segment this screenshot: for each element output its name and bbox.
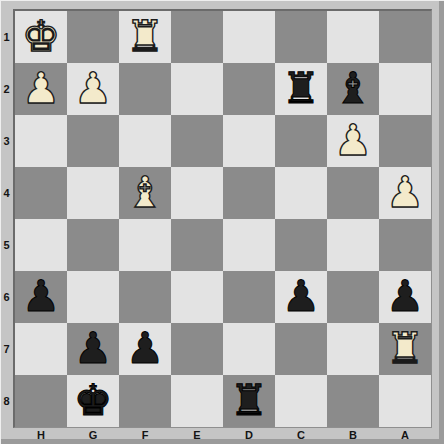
white-bishop[interactable]: ♝ [126, 171, 165, 214]
square-f3[interactable] [119, 115, 171, 167]
white-pawn[interactable]: ♟ [334, 119, 373, 162]
square-e6[interactable] [171, 271, 223, 323]
square-h1[interactable]: ♚ [15, 11, 67, 63]
square-e2[interactable] [171, 63, 223, 115]
black-rook[interactable]: ♜ [230, 379, 269, 422]
square-d1[interactable] [223, 11, 275, 63]
square-c2[interactable]: ♜ [275, 63, 327, 115]
square-b5[interactable] [327, 219, 379, 271]
white-pawn[interactable]: ♟ [74, 67, 113, 110]
square-b7[interactable] [327, 323, 379, 375]
square-f5[interactable] [119, 219, 171, 271]
square-d6[interactable] [223, 271, 275, 323]
square-b6[interactable] [327, 271, 379, 323]
black-king[interactable]: ♚ [74, 379, 113, 422]
square-b4[interactable] [327, 167, 379, 219]
square-d5[interactable] [223, 219, 275, 271]
square-f2[interactable] [119, 63, 171, 115]
square-g4[interactable] [67, 167, 119, 219]
square-c1[interactable] [275, 11, 327, 63]
square-d4[interactable] [223, 167, 275, 219]
square-e7[interactable] [171, 323, 223, 375]
square-e3[interactable] [171, 115, 223, 167]
square-a1[interactable] [379, 11, 431, 63]
square-e5[interactable] [171, 219, 223, 271]
board-grid: ♚♜♟♟♜♝♟♝♟♟♟♟♟♟♜♚♜ [15, 11, 431, 427]
square-h5[interactable] [15, 219, 67, 271]
square-a7[interactable]: ♜ [379, 323, 431, 375]
black-pawn[interactable]: ♟ [22, 275, 61, 318]
white-rook[interactable]: ♜ [126, 15, 165, 58]
square-f7[interactable]: ♟ [119, 323, 171, 375]
square-f4[interactable]: ♝ [119, 167, 171, 219]
square-c5[interactable] [275, 219, 327, 271]
black-bishop[interactable]: ♝ [334, 67, 373, 110]
rank-label-7: 7 [0, 323, 13, 375]
square-b8[interactable] [327, 375, 379, 427]
square-e8[interactable] [171, 375, 223, 427]
square-g2[interactable]: ♟ [67, 63, 119, 115]
square-b1[interactable] [327, 11, 379, 63]
chess-board: ♚♜♟♟♜♝♟♝♟♟♟♟♟♟♜♚♜ [13, 9, 432, 428]
file-label-d: D [223, 428, 275, 441]
rank-label-3: 3 [0, 115, 13, 167]
rank-labels: 12345678 [0, 11, 13, 427]
rank-label-6: 6 [0, 271, 13, 323]
square-a3[interactable] [379, 115, 431, 167]
square-h6[interactable]: ♟ [15, 271, 67, 323]
black-pawn[interactable]: ♟ [74, 327, 113, 370]
square-e1[interactable] [171, 11, 223, 63]
black-pawn[interactable]: ♟ [126, 327, 165, 370]
square-h2[interactable]: ♟ [15, 63, 67, 115]
file-label-a: A [379, 428, 431, 441]
square-d7[interactable] [223, 323, 275, 375]
square-a5[interactable] [379, 219, 431, 271]
rank-label-2: 2 [0, 63, 13, 115]
square-d3[interactable] [223, 115, 275, 167]
square-f6[interactable] [119, 271, 171, 323]
black-pawn[interactable]: ♟ [386, 275, 425, 318]
square-g7[interactable]: ♟ [67, 323, 119, 375]
rank-label-8: 8 [0, 375, 13, 427]
square-d8[interactable]: ♜ [223, 375, 275, 427]
square-g8[interactable]: ♚ [67, 375, 119, 427]
white-pawn[interactable]: ♟ [386, 171, 425, 214]
white-rook[interactable]: ♜ [386, 327, 425, 370]
white-pawn[interactable]: ♟ [22, 67, 61, 110]
square-c8[interactable] [275, 375, 327, 427]
chess-diagram: 12345678 HGFEDCBA ♚♜♟♟♜♝♟♝♟♟♟♟♟♟♜♚♜ [0, 0, 444, 444]
square-b2[interactable]: ♝ [327, 63, 379, 115]
rank-label-1: 1 [0, 11, 13, 63]
black-pawn[interactable]: ♟ [282, 275, 321, 318]
file-label-f: F [119, 428, 171, 441]
square-c4[interactable] [275, 167, 327, 219]
square-d2[interactable] [223, 63, 275, 115]
square-c6[interactable]: ♟ [275, 271, 327, 323]
square-g1[interactable] [67, 11, 119, 63]
file-label-h: H [15, 428, 67, 441]
square-h3[interactable] [15, 115, 67, 167]
square-c3[interactable] [275, 115, 327, 167]
square-e4[interactable] [171, 167, 223, 219]
square-c7[interactable] [275, 323, 327, 375]
black-rook[interactable]: ♜ [282, 67, 321, 110]
square-h8[interactable] [15, 375, 67, 427]
white-king[interactable]: ♚ [22, 15, 61, 58]
file-label-e: E [171, 428, 223, 441]
square-a8[interactable] [379, 375, 431, 427]
square-f8[interactable] [119, 375, 171, 427]
square-b3[interactable]: ♟ [327, 115, 379, 167]
square-h4[interactable] [15, 167, 67, 219]
rank-label-4: 4 [0, 167, 13, 219]
square-g3[interactable] [67, 115, 119, 167]
file-label-g: G [67, 428, 119, 441]
rank-label-5: 5 [0, 219, 13, 271]
square-a2[interactable] [379, 63, 431, 115]
square-a6[interactable]: ♟ [379, 271, 431, 323]
square-g5[interactable] [67, 219, 119, 271]
square-h7[interactable] [15, 323, 67, 375]
square-a4[interactable]: ♟ [379, 167, 431, 219]
file-label-c: C [275, 428, 327, 441]
file-labels: HGFEDCBA [15, 428, 431, 441]
square-f1[interactable]: ♜ [119, 11, 171, 63]
square-g6[interactable] [67, 271, 119, 323]
file-label-b: B [327, 428, 379, 441]
